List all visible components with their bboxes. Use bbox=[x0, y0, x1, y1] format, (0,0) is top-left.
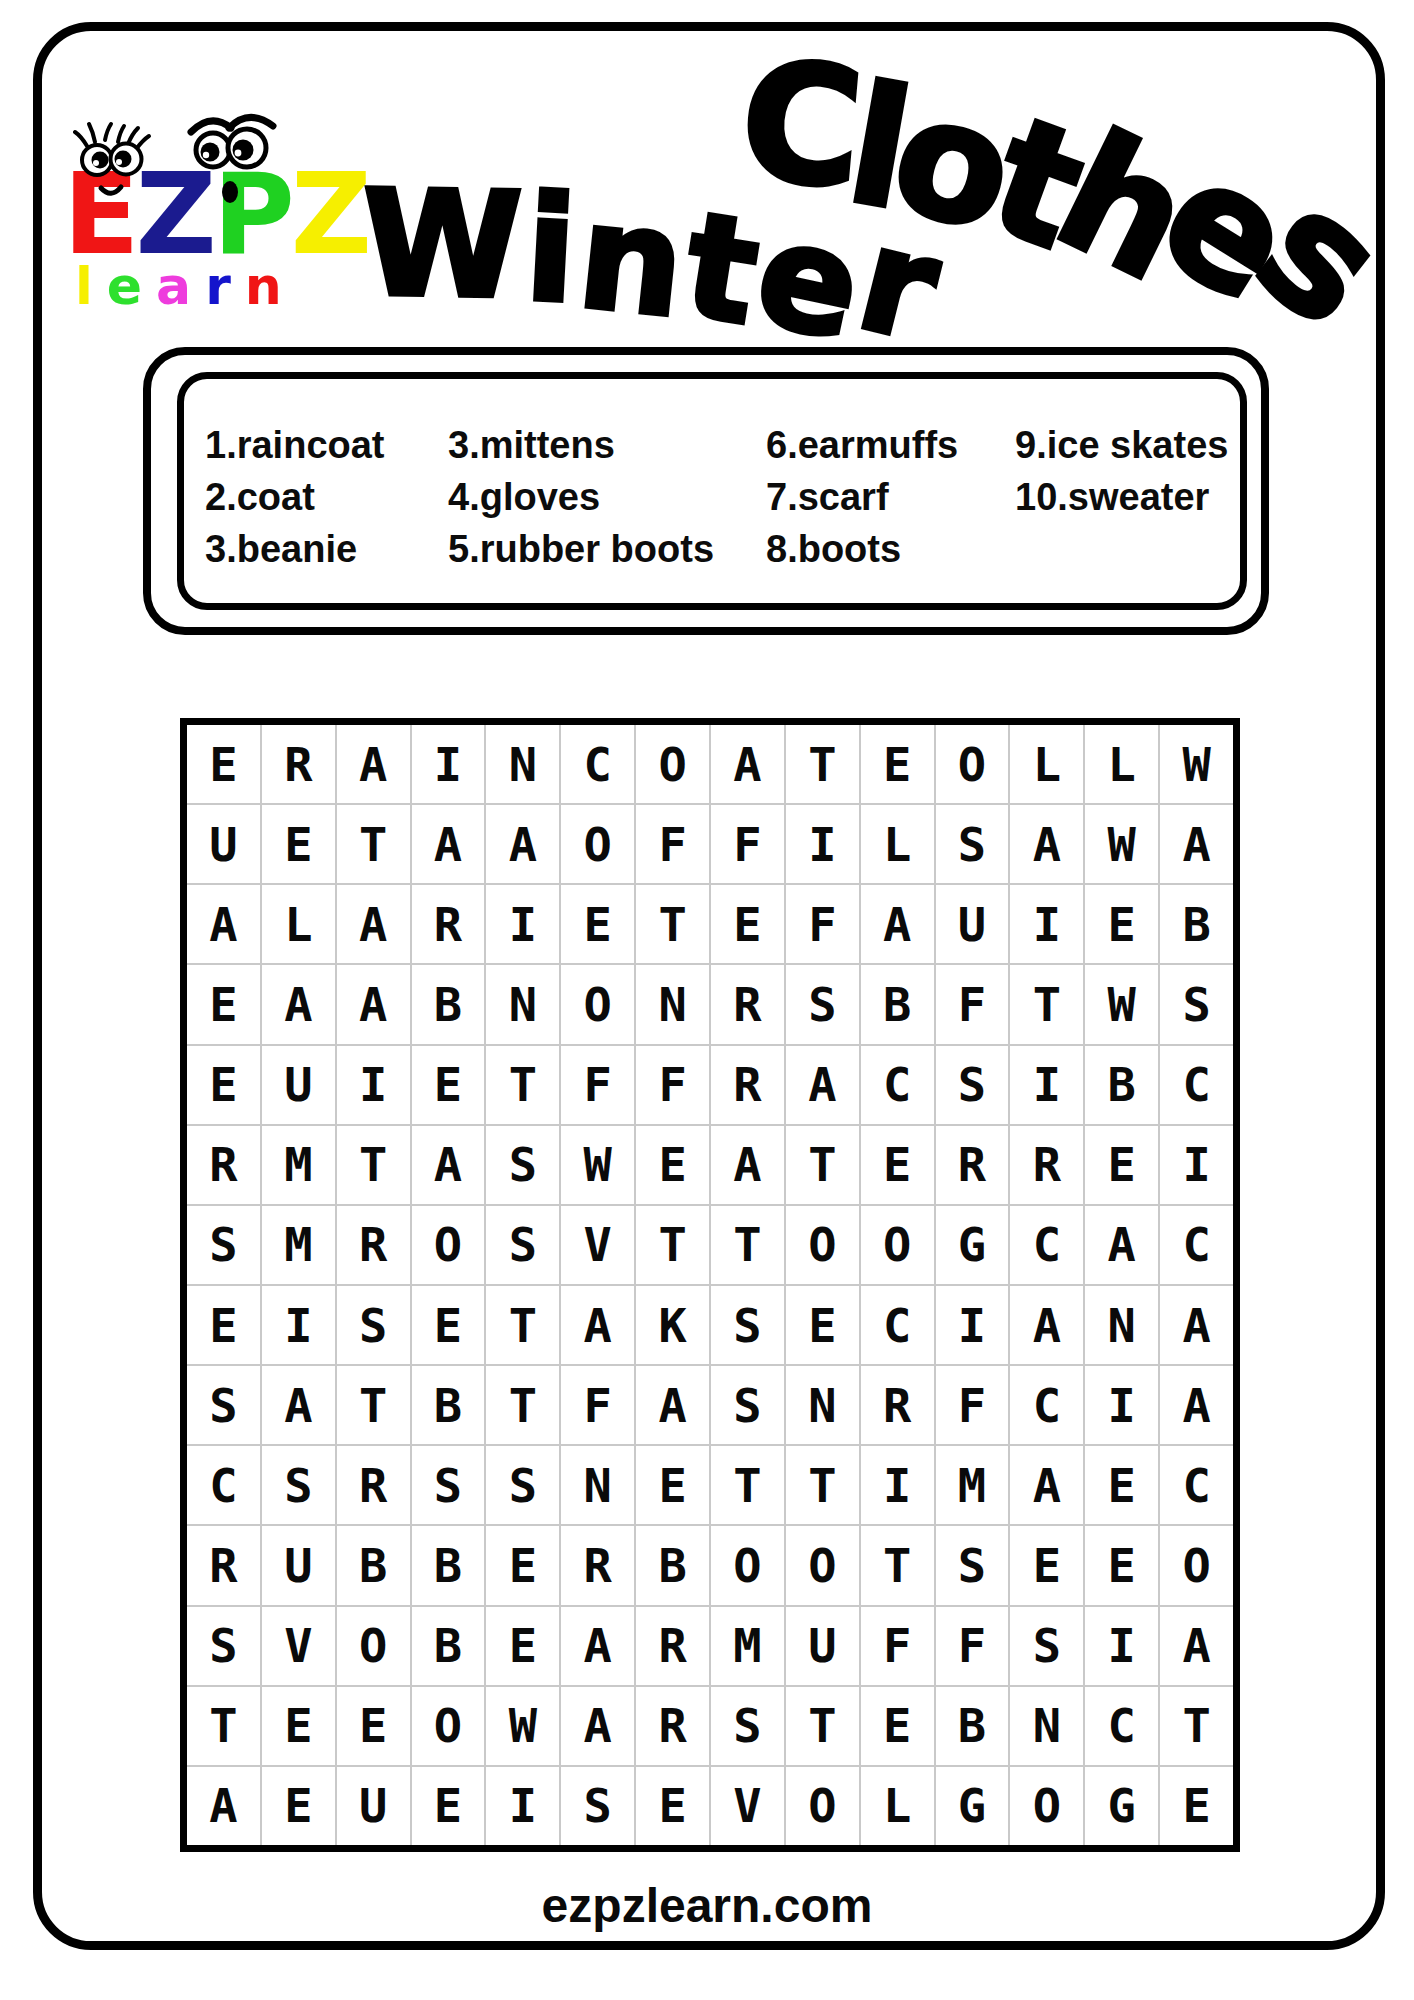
ezpz-logo: EZPZ learn bbox=[55, 100, 345, 310]
grid-cell: W bbox=[1160, 725, 1233, 803]
grid-cell: O bbox=[412, 1687, 485, 1765]
grid-cell: B bbox=[412, 1526, 485, 1604]
grid-cell: E bbox=[262, 1687, 335, 1765]
grid-cell: R bbox=[1010, 1126, 1083, 1204]
grid-cell: O bbox=[786, 1206, 859, 1284]
grid-cell: N bbox=[561, 1446, 634, 1524]
logo-brand-letter: Z bbox=[291, 171, 372, 258]
grid-cell: R bbox=[636, 1607, 709, 1685]
grid-cell: N bbox=[486, 725, 559, 803]
grid-cell: A bbox=[861, 885, 934, 963]
grid-cell: I bbox=[486, 1767, 559, 1845]
grid-cell: M bbox=[262, 1126, 335, 1204]
grid-cell: K bbox=[636, 1286, 709, 1364]
grid-cell: F bbox=[861, 1607, 934, 1685]
word-list-item: 7.scarf bbox=[766, 471, 958, 523]
title-letter: W bbox=[361, 159, 528, 331]
grid-cell: W bbox=[561, 1126, 634, 1204]
title-clothes: Clothes bbox=[742, 30, 1361, 219]
grid-cell: I bbox=[337, 1046, 410, 1124]
word-list-column: 9.ice skates10.sweater bbox=[1015, 419, 1228, 523]
grid-cell: R bbox=[636, 1687, 709, 1765]
grid-cell: C bbox=[861, 1286, 934, 1364]
grid-cell: L bbox=[1010, 725, 1083, 803]
grid-cell: S bbox=[711, 1286, 784, 1364]
grid-cell: C bbox=[1160, 1046, 1233, 1124]
grid-cell: O bbox=[786, 1767, 859, 1845]
grid-cell: F bbox=[786, 885, 859, 963]
grid-cell: I bbox=[936, 1286, 1009, 1364]
grid-cell: F bbox=[636, 805, 709, 883]
grid-cell: S bbox=[936, 805, 1009, 883]
grid-cell: T bbox=[861, 1526, 934, 1604]
grid-cell: N bbox=[1010, 1687, 1083, 1765]
grid-cell: R bbox=[412, 885, 485, 963]
grid-cell: T bbox=[187, 1687, 260, 1765]
grid-cell: S bbox=[1010, 1607, 1083, 1685]
grid-cell: A bbox=[786, 1046, 859, 1124]
word-list-column: 3.mittens4.gloves5.rubber boots bbox=[448, 419, 714, 575]
grid-cell: A bbox=[711, 725, 784, 803]
grid-cell: L bbox=[861, 805, 934, 883]
grid-cell: A bbox=[561, 1607, 634, 1685]
grid-cell: N bbox=[1085, 1286, 1158, 1364]
grid-cell: I bbox=[786, 805, 859, 883]
grid-cell: O bbox=[936, 725, 1009, 803]
grid-cell: T bbox=[786, 1446, 859, 1524]
grid-cell: S bbox=[412, 1446, 485, 1524]
word-list-item: 9.ice skates bbox=[1015, 419, 1228, 471]
grid-cell: B bbox=[636, 1526, 709, 1604]
grid-cell: C bbox=[1085, 1687, 1158, 1765]
word-list-item: 3.mittens bbox=[448, 419, 714, 471]
grid-cell: F bbox=[711, 805, 784, 883]
grid-cell: G bbox=[936, 1206, 1009, 1284]
logo-sub-letter: l bbox=[75, 256, 107, 316]
grid-cell: T bbox=[486, 1046, 559, 1124]
grid-cell: W bbox=[1085, 965, 1158, 1043]
word-list-item: 5.rubber boots bbox=[448, 523, 714, 575]
grid-cell: E bbox=[187, 1286, 260, 1364]
grid-cell: S bbox=[486, 1446, 559, 1524]
grid-cell: L bbox=[861, 1767, 934, 1845]
grid-cell: B bbox=[1085, 1046, 1158, 1124]
grid-cell: R bbox=[561, 1526, 634, 1604]
grid-cell: S bbox=[786, 965, 859, 1043]
grid-cell: I bbox=[861, 1446, 934, 1524]
grid-cell: O bbox=[711, 1526, 784, 1604]
grid-cell: N bbox=[786, 1366, 859, 1444]
word-list-item: 10.sweater bbox=[1015, 471, 1228, 523]
grid-cell: S bbox=[936, 1046, 1009, 1124]
grid-cell: R bbox=[711, 965, 784, 1043]
grid-cell: E bbox=[187, 725, 260, 803]
grid-cell: T bbox=[1010, 965, 1083, 1043]
grid-cell: E bbox=[1085, 1446, 1158, 1524]
grid-cell: R bbox=[187, 1126, 260, 1204]
grid-cell: O bbox=[786, 1526, 859, 1604]
grid-cell: U bbox=[187, 805, 260, 883]
logo-sub: learn bbox=[75, 260, 296, 312]
grid-cell: U bbox=[936, 885, 1009, 963]
grid-cell: A bbox=[412, 1126, 485, 1204]
grid-cell: E bbox=[1085, 1526, 1158, 1604]
grid-cell: U bbox=[262, 1526, 335, 1604]
grid-cell: O bbox=[561, 805, 634, 883]
grid-cell: S bbox=[1160, 965, 1233, 1043]
grid-cell: T bbox=[486, 1286, 559, 1364]
grid-cell: E bbox=[861, 1687, 934, 1765]
grid-cell: E bbox=[412, 1046, 485, 1124]
grid-cell: L bbox=[262, 885, 335, 963]
grid-cell: A bbox=[187, 885, 260, 963]
word-list-box: 1.raincoat2.coat3.beanie 3.mittens4.glov… bbox=[143, 347, 1269, 635]
grid-cell: T bbox=[636, 1206, 709, 1284]
grid-cell: E bbox=[187, 1046, 260, 1124]
grid-cell: A bbox=[636, 1366, 709, 1444]
grid-cell: A bbox=[486, 805, 559, 883]
grid-cell: S bbox=[561, 1767, 634, 1845]
grid-cell: S bbox=[711, 1687, 784, 1765]
eyebrows-icon bbox=[191, 117, 273, 132]
grid-cell: E bbox=[1160, 1767, 1233, 1845]
grid-cell: M bbox=[711, 1607, 784, 1685]
grid-cell: N bbox=[486, 965, 559, 1043]
word-list-item: 6.earmuffs bbox=[766, 419, 958, 471]
grid-cell: G bbox=[1085, 1767, 1158, 1845]
word-list-item: 8.boots bbox=[766, 523, 958, 575]
grid-cell: L bbox=[1085, 725, 1158, 803]
word-list-inner-box: 1.raincoat2.coat3.beanie 3.mittens4.glov… bbox=[177, 372, 1247, 610]
grid-cell: A bbox=[1160, 1366, 1233, 1444]
grid-cell: C bbox=[187, 1446, 260, 1524]
word-list-item: 1.raincoat bbox=[205, 419, 385, 471]
grid-cell: E bbox=[337, 1687, 410, 1765]
word-list-column: 6.earmuffs7.scarf8.boots bbox=[766, 419, 958, 575]
grid-cell: S bbox=[486, 1126, 559, 1204]
grid-cell: B bbox=[337, 1526, 410, 1604]
grid-cell: A bbox=[561, 1286, 634, 1364]
grid-cell: S bbox=[187, 1366, 260, 1444]
word-list-item: 3.beanie bbox=[205, 523, 385, 575]
grid-cell: U bbox=[337, 1767, 410, 1845]
grid-cell: A bbox=[412, 805, 485, 883]
logo-brand: EZPZ bbox=[63, 158, 368, 258]
grid-cell: I bbox=[1010, 885, 1083, 963]
grid-cell: W bbox=[1085, 805, 1158, 883]
grid-cell: A bbox=[711, 1126, 784, 1204]
grid-cell: I bbox=[486, 885, 559, 963]
grid-cell: O bbox=[337, 1607, 410, 1685]
grid-cell: E bbox=[861, 1126, 934, 1204]
grid-cell: S bbox=[486, 1206, 559, 1284]
grid-cell: T bbox=[786, 725, 859, 803]
grid-cell: B bbox=[861, 965, 934, 1043]
logo-sub-letter: r bbox=[205, 256, 245, 316]
grid-cell: U bbox=[786, 1607, 859, 1685]
grid-cell: E bbox=[187, 965, 260, 1043]
grid-cell: E bbox=[412, 1767, 485, 1845]
grid-cell: C bbox=[561, 725, 634, 803]
grid-cell: A bbox=[337, 885, 410, 963]
grid-cell: B bbox=[412, 965, 485, 1043]
grid-cell: F bbox=[561, 1366, 634, 1444]
grid-cell: R bbox=[337, 1446, 410, 1524]
grid-cell: A bbox=[262, 965, 335, 1043]
grid-cell: S bbox=[711, 1366, 784, 1444]
logo-brand-letter: E bbox=[63, 171, 140, 258]
grid-cell: N bbox=[636, 965, 709, 1043]
grid-cell: R bbox=[337, 1206, 410, 1284]
grid-cell: E bbox=[412, 1286, 485, 1364]
grid-cell: V bbox=[561, 1206, 634, 1284]
logo-brand-letter: Z bbox=[136, 171, 217, 258]
word-list-item: 2.coat bbox=[205, 471, 385, 523]
grid-cell: T bbox=[337, 805, 410, 883]
grid-cell: F bbox=[936, 965, 1009, 1043]
grid-cell: B bbox=[1160, 885, 1233, 963]
grid-cell: F bbox=[561, 1046, 634, 1124]
footer: ezpzlearn.com bbox=[0, 1878, 1414, 1933]
grid-cell: E bbox=[636, 1767, 709, 1845]
logo-sub-letter: n bbox=[245, 256, 296, 316]
grid-cell: E bbox=[561, 885, 634, 963]
grid-cell: E bbox=[486, 1526, 559, 1604]
grid-cell: I bbox=[1085, 1366, 1158, 1444]
word-search-grid: ERAINCOATEOLLWUETAAOFFILSAWAALARIETEFAUI… bbox=[180, 718, 1240, 1852]
grid-cell: O bbox=[412, 1206, 485, 1284]
grid-cell: A bbox=[1160, 805, 1233, 883]
grid-cell: I bbox=[1085, 1607, 1158, 1685]
grid-cell: T bbox=[786, 1126, 859, 1204]
grid-cell: C bbox=[1160, 1446, 1233, 1524]
grid-cell: O bbox=[636, 725, 709, 803]
grid-cell: M bbox=[262, 1206, 335, 1284]
grid-cell: G bbox=[936, 1767, 1009, 1845]
grid-cell: S bbox=[262, 1446, 335, 1524]
grid-cell: O bbox=[561, 965, 634, 1043]
grid-cell: S bbox=[337, 1286, 410, 1364]
grid-cell: I bbox=[1160, 1126, 1233, 1204]
grid-cell: B bbox=[936, 1687, 1009, 1765]
grid-cell: E bbox=[262, 1767, 335, 1845]
grid-cell: R bbox=[711, 1046, 784, 1124]
grid-cell: A bbox=[187, 1767, 260, 1845]
grid-cell: V bbox=[711, 1767, 784, 1845]
grid-cell: B bbox=[412, 1607, 485, 1685]
grid-cell: R bbox=[936, 1126, 1009, 1204]
grid-cell: T bbox=[486, 1366, 559, 1444]
grid-cell: S bbox=[936, 1526, 1009, 1604]
grid-cell: F bbox=[936, 1366, 1009, 1444]
title-letter: C bbox=[734, 26, 860, 224]
grid-cell: E bbox=[1010, 1526, 1083, 1604]
grid-cell: C bbox=[1160, 1206, 1233, 1284]
grid-cell: A bbox=[1160, 1607, 1233, 1685]
grid-cell: T bbox=[786, 1687, 859, 1765]
grid-cell: E bbox=[861, 725, 934, 803]
grid-cell: C bbox=[861, 1046, 934, 1124]
grid-cell: A bbox=[1010, 1286, 1083, 1364]
grid-cell: A bbox=[561, 1687, 634, 1765]
grid-cell: O bbox=[861, 1206, 934, 1284]
grid-cell: M bbox=[936, 1446, 1009, 1524]
grid-cell: T bbox=[1160, 1687, 1233, 1765]
grid-cell: R bbox=[861, 1366, 934, 1444]
grid-cell: T bbox=[711, 1206, 784, 1284]
grid-cell: W bbox=[486, 1687, 559, 1765]
grid-cell: S bbox=[187, 1607, 260, 1685]
grid-cell: E bbox=[636, 1446, 709, 1524]
grid-cell: A bbox=[1010, 1446, 1083, 1524]
grid-cell: O bbox=[1160, 1526, 1233, 1604]
grid-cell: O bbox=[1010, 1767, 1083, 1845]
grid-cell: B bbox=[412, 1366, 485, 1444]
word-list-item: 4.gloves bbox=[448, 471, 714, 523]
grid-cell: C bbox=[1010, 1206, 1083, 1284]
grid-cell: E bbox=[262, 805, 335, 883]
grid-cell: I bbox=[1010, 1046, 1083, 1124]
grid-cell: E bbox=[711, 885, 784, 963]
logo-brand-letter: P bbox=[213, 171, 295, 258]
logo-sub-letter: e bbox=[107, 256, 156, 316]
grid-cell: A bbox=[1085, 1206, 1158, 1284]
grid-cell: E bbox=[1085, 885, 1158, 963]
grid-cell: A bbox=[1010, 805, 1083, 883]
grid-cell: S bbox=[187, 1206, 260, 1284]
grid-cell: I bbox=[412, 725, 485, 803]
grid-cell: T bbox=[636, 885, 709, 963]
grid-cell: F bbox=[636, 1046, 709, 1124]
grid-cell: R bbox=[187, 1526, 260, 1604]
grid-cell: E bbox=[636, 1126, 709, 1204]
grid-cell: T bbox=[337, 1366, 410, 1444]
grid-cell: A bbox=[337, 725, 410, 803]
eyelashes-icon bbox=[75, 124, 149, 148]
grid-cell: A bbox=[262, 1366, 335, 1444]
grid-cell: C bbox=[1010, 1366, 1083, 1444]
grid-cell: E bbox=[1085, 1126, 1158, 1204]
grid-cell: F bbox=[936, 1607, 1009, 1685]
grid-cell: E bbox=[486, 1607, 559, 1685]
grid-cell: E bbox=[786, 1286, 859, 1364]
footer-url: ezpzlearn.com bbox=[542, 1879, 873, 1932]
logo-sub-letter: a bbox=[156, 256, 205, 316]
grid-cell: A bbox=[337, 965, 410, 1043]
grid-cell: T bbox=[711, 1446, 784, 1524]
grid-cell: U bbox=[262, 1046, 335, 1124]
grid-cell: R bbox=[262, 725, 335, 803]
word-list-column: 1.raincoat2.coat3.beanie bbox=[205, 419, 385, 575]
grid-cell: T bbox=[337, 1126, 410, 1204]
grid-cell: A bbox=[1160, 1286, 1233, 1364]
grid-cell: I bbox=[262, 1286, 335, 1364]
grid-cell: V bbox=[262, 1607, 335, 1685]
